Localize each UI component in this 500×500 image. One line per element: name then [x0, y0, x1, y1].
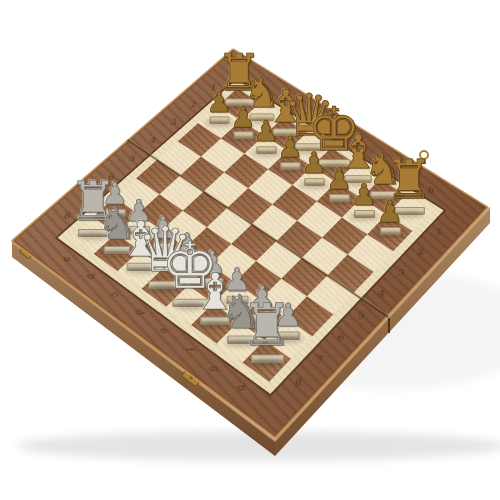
coordinate-label: g [395, 169, 414, 181]
coordinate-label: e [346, 138, 365, 150]
coordinate-label: 2 [184, 99, 202, 110]
coordinate-label: 3 [164, 117, 182, 128]
coordinate-label: c [298, 108, 316, 119]
coordinate-label: 5 [350, 309, 371, 323]
coordinate-label: 8 [287, 376, 308, 391]
coordinate-label: 3 [390, 266, 410, 279]
coordinate-label: 4 [371, 287, 392, 300]
coordinate-label: f [371, 153, 390, 165]
coordinate-label: b [275, 93, 293, 104]
coordinate-label: d [322, 123, 341, 134]
coordinate-label: 1 [204, 82, 222, 93]
coordinate-label: 7 [309, 353, 330, 367]
coordinate-label: 7 [80, 190, 98, 202]
coordinate-label: 2 [410, 246, 430, 259]
brass-ring [420, 151, 428, 164]
coordinate-label: 6 [102, 171, 120, 183]
coordinate-label: h [421, 184, 441, 196]
coordinate-label: 5 [123, 153, 141, 165]
product-photo: aabbccddeeffgghh8877665544332211 ♜♞♟♝♟♛♟… [0, 0, 500, 500]
coordinate-label: 8 [58, 210, 76, 222]
coordinate-label: 6 [330, 331, 351, 345]
coordinate-label: 1 [429, 226, 449, 239]
coordinate-label: 4 [144, 135, 162, 146]
coordinate-label: a [252, 79, 270, 90]
